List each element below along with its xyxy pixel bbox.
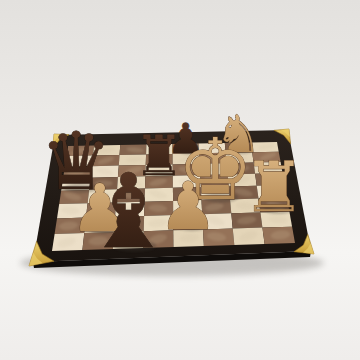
chess-board-photo: ♟♞♜♛♚♜♟♟♝ <box>0 0 360 360</box>
photo-background: ♟♞♜♛♚♜♟♟♝ <box>0 0 360 360</box>
piece-light-rook-h3[interactable]: ♜ <box>243 146 305 227</box>
piece-dark-bishop-c1[interactable]: ♝ <box>82 152 174 271</box>
